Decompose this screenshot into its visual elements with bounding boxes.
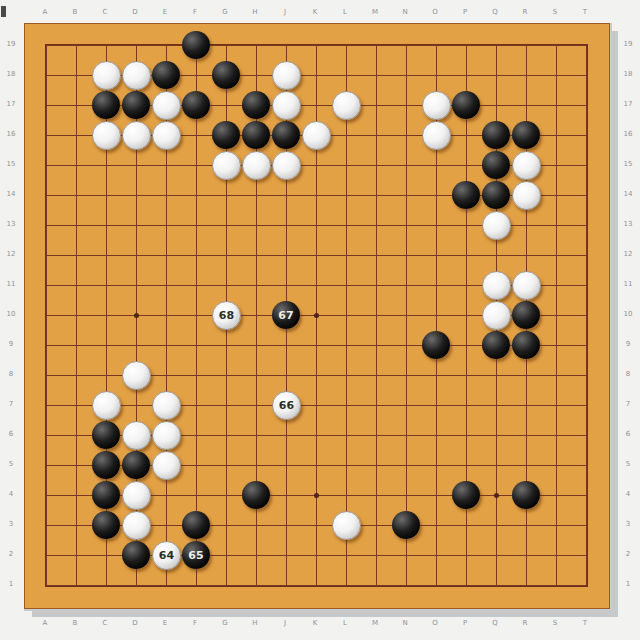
- stone-black-R16: [512, 121, 540, 149]
- row-label-right: 18: [624, 70, 633, 78]
- row-label-left: 5: [9, 460, 13, 468]
- column-label-bottom: D: [132, 619, 137, 627]
- column-label-top: O: [432, 8, 438, 16]
- move-number: 68: [213, 302, 240, 329]
- column-label-top: D: [132, 8, 137, 16]
- column-label-top: Q: [492, 8, 498, 16]
- row-label-left: 13: [7, 220, 16, 228]
- stone-white-C16: [92, 121, 121, 150]
- column-label-top: F: [193, 8, 197, 16]
- column-label-bottom: C: [103, 619, 108, 627]
- stone-black-Q14: [482, 181, 510, 209]
- stone-white-D4: [122, 481, 151, 510]
- stone-black-R10: [512, 301, 540, 329]
- move-number: 65: [182, 541, 210, 569]
- row-label-right: 3: [626, 520, 630, 528]
- stone-white-L17: [332, 91, 361, 120]
- stone-white-Q11: [482, 271, 511, 300]
- stone-white-E16: [152, 121, 181, 150]
- column-label-top: R: [523, 8, 528, 16]
- column-label-bottom: R: [523, 619, 528, 627]
- stone-white-G10: 68: [212, 301, 241, 330]
- row-label-right: 13: [624, 220, 633, 228]
- stone-black-F3: [182, 511, 210, 539]
- row-label-left: 10: [7, 310, 16, 318]
- stone-white-G15: [212, 151, 241, 180]
- row-label-left: 6: [9, 430, 13, 438]
- row-label-left: 19: [7, 40, 16, 48]
- stone-black-F19: [182, 31, 210, 59]
- column-label-bottom: E: [163, 619, 167, 627]
- stone-white-D18: [122, 61, 151, 90]
- column-label-bottom: J: [284, 619, 286, 627]
- column-label-bottom: M: [372, 619, 378, 627]
- stone-black-G18: [212, 61, 240, 89]
- stone-black-C3: [92, 511, 120, 539]
- row-label-left: 17: [7, 100, 16, 108]
- stone-black-H4: [242, 481, 270, 509]
- stone-white-R15: [512, 151, 541, 180]
- column-label-top: S: [553, 8, 557, 16]
- row-label-right: 10: [624, 310, 633, 318]
- stone-black-F2: 65: [182, 541, 210, 569]
- go-board[interactable]: 6867666465: [24, 23, 610, 609]
- row-label-right: 5: [626, 460, 630, 468]
- stone-black-N3: [392, 511, 420, 539]
- row-label-right: 14: [624, 190, 633, 198]
- row-label-right: 11: [624, 280, 633, 288]
- stone-white-J15: [272, 151, 301, 180]
- row-label-right: 6: [626, 430, 630, 438]
- row-label-right: 9: [626, 340, 630, 348]
- stone-black-Q16: [482, 121, 510, 149]
- stone-black-G16: [212, 121, 240, 149]
- stone-black-C17: [92, 91, 120, 119]
- column-label-bottom: F: [193, 619, 197, 627]
- column-label-bottom: S: [553, 619, 557, 627]
- stone-white-J17: [272, 91, 301, 120]
- column-label-bottom: L: [343, 619, 347, 627]
- stone-black-P4: [452, 481, 480, 509]
- stone-black-J10: 67: [272, 301, 300, 329]
- row-label-right: 12: [624, 250, 633, 258]
- stone-black-P17: [452, 91, 480, 119]
- stone-black-C4: [92, 481, 120, 509]
- row-label-right: 7: [626, 400, 630, 408]
- stone-white-C18: [92, 61, 121, 90]
- stone-white-E6: [152, 421, 181, 450]
- stone-white-D16: [122, 121, 151, 150]
- column-label-bottom: O: [432, 619, 438, 627]
- stone-white-R11: [512, 271, 541, 300]
- stone-white-O16: [422, 121, 451, 150]
- stone-white-L3: [332, 511, 361, 540]
- column-label-bottom: A: [43, 619, 48, 627]
- column-label-top: P: [463, 8, 467, 16]
- row-label-right: 2: [626, 550, 630, 558]
- row-label-left: 1: [9, 580, 13, 588]
- column-label-top: G: [222, 8, 227, 16]
- column-label-bottom: T: [583, 619, 587, 627]
- stone-white-E7: [152, 391, 181, 420]
- star-point: [314, 493, 319, 498]
- stone-black-C6: [92, 421, 120, 449]
- stone-white-R14: [512, 181, 541, 210]
- column-label-top: A: [43, 8, 48, 16]
- stone-black-C5: [92, 451, 120, 479]
- column-label-top: E: [163, 8, 167, 16]
- row-label-left: 3: [9, 520, 13, 528]
- stone-white-J7: 66: [272, 391, 301, 420]
- column-label-top: T: [583, 8, 587, 16]
- column-label-top: M: [372, 8, 378, 16]
- row-label-left: 11: [7, 280, 16, 288]
- column-label-top: N: [402, 8, 407, 16]
- stone-white-K16: [302, 121, 331, 150]
- row-label-left: 7: [9, 400, 13, 408]
- star-point: [314, 313, 319, 318]
- stone-white-E2: 64: [152, 541, 181, 570]
- row-label-left: 9: [9, 340, 13, 348]
- stone-black-D5: [122, 451, 150, 479]
- column-label-bottom: P: [463, 619, 467, 627]
- column-label-top: J: [284, 8, 286, 16]
- stone-black-H17: [242, 91, 270, 119]
- column-label-top: B: [73, 8, 78, 16]
- column-label-top: C: [103, 8, 108, 16]
- stone-white-E17: [152, 91, 181, 120]
- move-number: 66: [273, 392, 300, 419]
- stone-black-D2: [122, 541, 150, 569]
- column-label-bottom: H: [252, 619, 257, 627]
- row-label-left: 8: [9, 370, 13, 378]
- row-label-left: 14: [7, 190, 16, 198]
- stone-white-D3: [122, 511, 151, 540]
- stone-black-H16: [242, 121, 270, 149]
- column-label-top: K: [313, 8, 318, 16]
- stone-black-R9: [512, 331, 540, 359]
- stone-white-Q10: [482, 301, 511, 330]
- corner-artifact: [1, 6, 6, 17]
- stone-white-E5: [152, 451, 181, 480]
- go-diagram-page: 6867666465 ABCDEFGHJKLMNOPQRST ABCDEFGHJ…: [0, 0, 640, 640]
- row-label-right: 19: [624, 40, 633, 48]
- row-label-left: 15: [7, 160, 16, 168]
- stone-black-Q9: [482, 331, 510, 359]
- row-label-left: 2: [9, 550, 13, 558]
- row-label-right: 4: [626, 490, 630, 498]
- stone-white-Q13: [482, 211, 511, 240]
- row-label-left: 18: [7, 70, 16, 78]
- stone-white-D6: [122, 421, 151, 450]
- column-label-bottom: K: [313, 619, 318, 627]
- stone-black-E18: [152, 61, 180, 89]
- stone-black-P14: [452, 181, 480, 209]
- stone-black-J16: [272, 121, 300, 149]
- move-number: 67: [272, 301, 300, 329]
- row-label-right: 8: [626, 370, 630, 378]
- column-label-bottom: N: [402, 619, 407, 627]
- column-label-bottom: G: [222, 619, 227, 627]
- row-label-right: 16: [624, 130, 633, 138]
- stone-white-H15: [242, 151, 271, 180]
- row-label-left: 16: [7, 130, 16, 138]
- stone-black-F17: [182, 91, 210, 119]
- row-label-left: 4: [9, 490, 13, 498]
- stone-black-Q15: [482, 151, 510, 179]
- stone-black-D17: [122, 91, 150, 119]
- stone-black-R4: [512, 481, 540, 509]
- stone-white-C7: [92, 391, 121, 420]
- move-number: 64: [153, 542, 180, 569]
- row-label-right: 1: [626, 580, 630, 588]
- row-label-right: 17: [624, 100, 633, 108]
- stone-black-O9: [422, 331, 450, 359]
- stone-white-O17: [422, 91, 451, 120]
- row-label-right: 15: [624, 160, 633, 168]
- column-label-top: L: [343, 8, 347, 16]
- stone-white-D8: [122, 361, 151, 390]
- column-label-bottom: B: [73, 619, 78, 627]
- column-label-top: H: [252, 8, 257, 16]
- star-point: [494, 493, 499, 498]
- row-label-left: 12: [7, 250, 16, 258]
- column-label-bottom: Q: [492, 619, 498, 627]
- stone-white-J18: [272, 61, 301, 90]
- star-point: [134, 313, 139, 318]
